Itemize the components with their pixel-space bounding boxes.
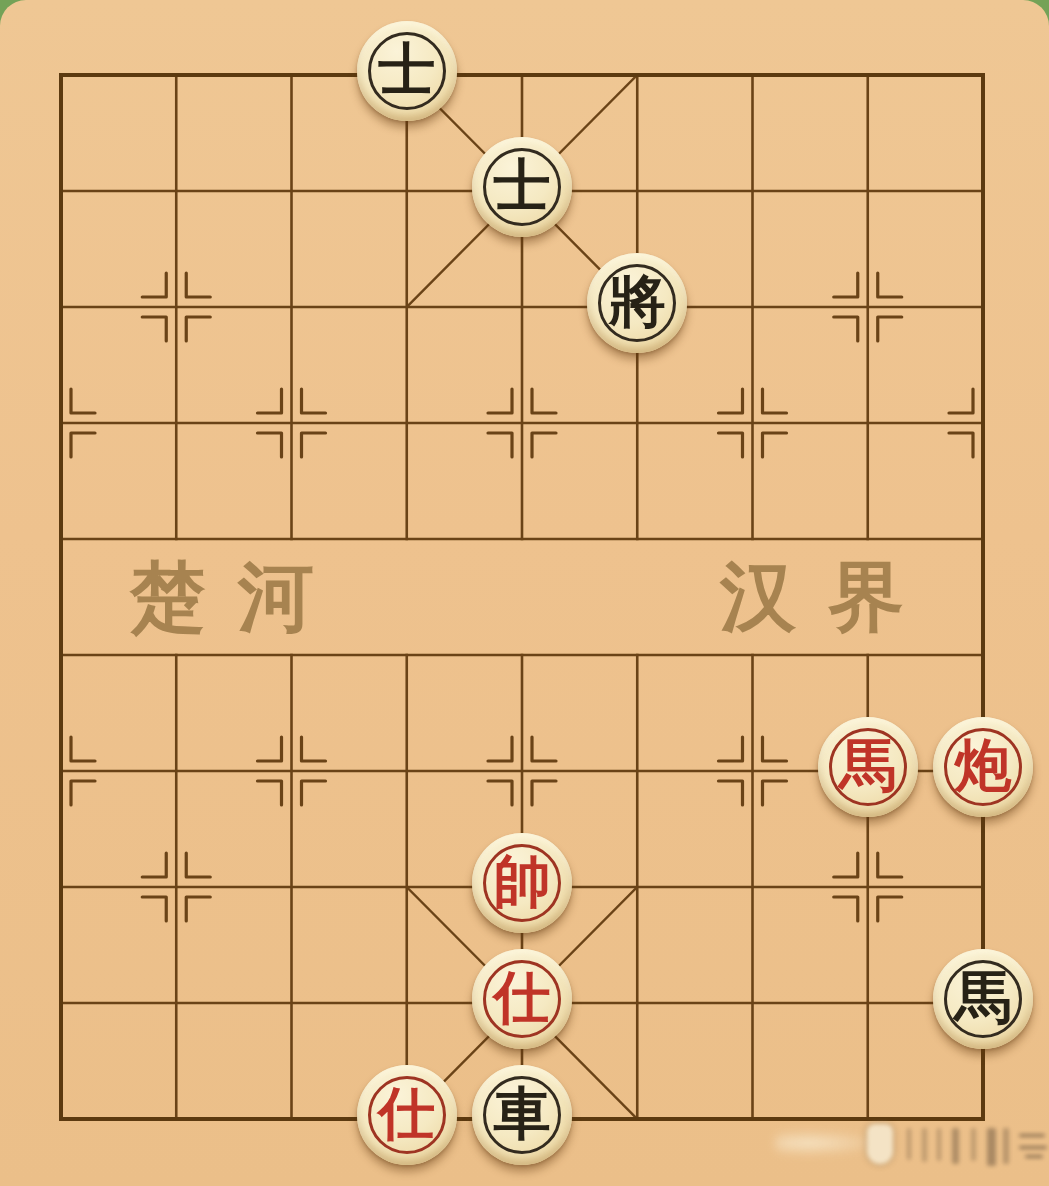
piece-black-horse[interactable]: 馬 <box>933 949 1033 1049</box>
xiangqi-board: 楚河 汉界 士士將馬炮帥仕馬仕車 <box>0 0 1049 1186</box>
piece-black-general[interactable]: 將 <box>587 253 687 353</box>
piece-glyph: 車 <box>494 1085 551 1145</box>
piece-red-general[interactable]: 帥 <box>472 833 572 933</box>
app-background: 楚河 汉界 士士將馬炮帥仕馬仕車 <box>0 0 1049 1186</box>
pieces-layer: 士士將馬炮帥仕馬仕車 <box>3 17 1040 1177</box>
piece-glyph: 仕 <box>378 1085 435 1145</box>
piece-black-advisor-1[interactable]: 士 <box>357 21 457 121</box>
piece-red-advisor-1[interactable]: 仕 <box>472 949 572 1049</box>
piece-glyph: 士 <box>494 157 551 217</box>
piece-red-cannon[interactable]: 炮 <box>933 717 1033 817</box>
piece-glyph: 馬 <box>955 969 1012 1029</box>
piece-glyph: 仕 <box>494 969 551 1029</box>
piece-black-chariot[interactable]: 車 <box>472 1065 572 1165</box>
piece-glyph: 炮 <box>955 737 1012 797</box>
piece-glyph: 馬 <box>839 737 896 797</box>
piece-red-horse[interactable]: 馬 <box>818 717 918 817</box>
piece-glyph: 將 <box>609 273 666 333</box>
piece-black-advisor-2[interactable]: 士 <box>472 137 572 237</box>
piece-glyph: 士 <box>378 41 435 101</box>
piece-glyph: 帥 <box>494 853 551 913</box>
piece-red-advisor-2[interactable]: 仕 <box>357 1065 457 1165</box>
